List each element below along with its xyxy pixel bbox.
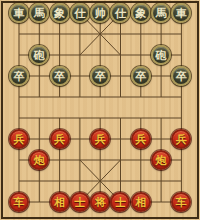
piece-red-soldier[interactable]: 兵 bbox=[131, 129, 151, 149]
piece-black-chariot[interactable]: 車 bbox=[171, 3, 191, 23]
piece-black-elephant[interactable]: 象 bbox=[50, 3, 70, 23]
piece-black-soldier[interactable]: 卒 bbox=[131, 66, 151, 86]
piece-layer: 車馬象仕帅仕象馬車砲砲卒卒卒卒卒兵兵兵兵兵炮炮车相士将士相车 bbox=[9, 3, 192, 213]
piece-black-cannon[interactable]: 砲 bbox=[151, 45, 171, 65]
piece-black-soldier[interactable]: 卒 bbox=[90, 66, 110, 86]
piece-black-chariot[interactable]: 車 bbox=[9, 3, 29, 23]
piece-black-cannon[interactable]: 砲 bbox=[29, 45, 49, 65]
xiangqi-board[interactable]: 車馬象仕帅仕象馬車砲砲卒卒卒卒卒兵兵兵兵兵炮炮车相士将士相车 bbox=[0, 0, 200, 220]
piece-red-general[interactable]: 将 bbox=[90, 192, 110, 212]
piece-black-soldier[interactable]: 卒 bbox=[50, 66, 70, 86]
piece-black-soldier[interactable]: 卒 bbox=[9, 66, 29, 86]
piece-black-advisor[interactable]: 仕 bbox=[70, 3, 90, 23]
piece-red-soldier[interactable]: 兵 bbox=[90, 129, 110, 149]
piece-red-chariot[interactable]: 车 bbox=[9, 192, 29, 212]
piece-red-chariot[interactable]: 车 bbox=[171, 192, 191, 212]
piece-black-general[interactable]: 帅 bbox=[90, 3, 110, 23]
piece-black-soldier[interactable]: 卒 bbox=[171, 66, 191, 86]
piece-red-advisor[interactable]: 士 bbox=[70, 192, 90, 212]
piece-red-soldier[interactable]: 兵 bbox=[9, 129, 29, 149]
piece-red-cannon[interactable]: 炮 bbox=[151, 150, 171, 170]
piece-red-soldier[interactable]: 兵 bbox=[50, 129, 70, 149]
piece-black-horse[interactable]: 馬 bbox=[29, 3, 49, 23]
piece-red-cannon[interactable]: 炮 bbox=[29, 150, 49, 170]
piece-red-elephant[interactable]: 相 bbox=[131, 192, 151, 212]
piece-black-horse[interactable]: 馬 bbox=[151, 3, 171, 23]
piece-red-advisor[interactable]: 士 bbox=[110, 192, 130, 212]
piece-red-soldier[interactable]: 兵 bbox=[171, 129, 191, 149]
piece-red-elephant[interactable]: 相 bbox=[50, 192, 70, 212]
piece-black-advisor[interactable]: 仕 bbox=[110, 3, 130, 23]
piece-black-elephant[interactable]: 象 bbox=[131, 3, 151, 23]
